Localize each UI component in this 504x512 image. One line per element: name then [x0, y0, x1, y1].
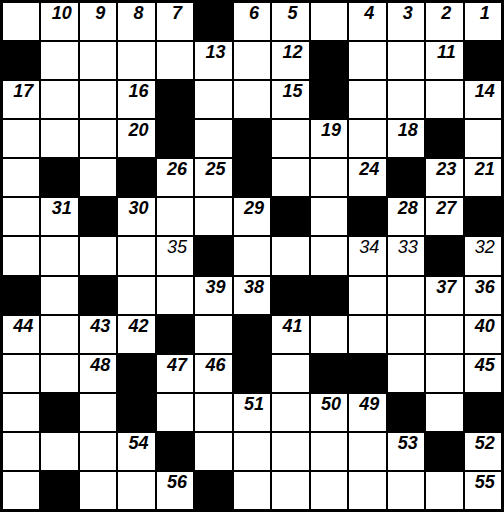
cell-r8c5[interactable] — [195, 316, 231, 353]
cell-r8c10[interactable] — [388, 316, 424, 353]
cell-r10c5[interactable] — [195, 394, 231, 431]
cell-r7c9[interactable] — [349, 277, 385, 314]
cell-r2c10[interactable] — [388, 81, 424, 118]
cell-r9c11[interactable] — [426, 355, 462, 392]
block-r3c6 — [234, 120, 270, 157]
cell-r11c9[interactable] — [349, 433, 385, 470]
cell-r5c10[interactable]: 28 — [388, 198, 424, 235]
cell-r2c3[interactable]: 16 — [118, 81, 154, 118]
cell-r7c4[interactable] — [157, 277, 193, 314]
cell-r10c2[interactable] — [80, 394, 116, 431]
cell-r9c1[interactable] — [41, 355, 77, 392]
cell-r10c11[interactable] — [426, 394, 462, 431]
cell-r4c7[interactable] — [272, 159, 308, 196]
cell-r10c0[interactable] — [3, 394, 39, 431]
cell-r10c4[interactable] — [157, 394, 193, 431]
cell-r7c6[interactable]: 38 — [234, 277, 270, 314]
block-r9c3 — [118, 355, 154, 392]
block-r2c8 — [311, 81, 347, 118]
clue-number: 49 — [351, 395, 385, 413]
cell-r5c1[interactable]: 31 — [41, 198, 77, 235]
cell-r0c4[interactable]: 7 — [157, 3, 193, 40]
block-r10c1 — [41, 394, 77, 431]
clue-number: 8 — [120, 4, 154, 22]
block-r0c5 — [195, 3, 231, 40]
cell-r3c9[interactable] — [349, 120, 385, 157]
cell-r11c7[interactable] — [272, 433, 308, 470]
cell-r12c9[interactable] — [349, 472, 385, 509]
clue-number: 38 — [236, 278, 270, 296]
cell-r11c5[interactable] — [195, 433, 231, 470]
clue-number: 46 — [197, 356, 231, 374]
clue-number: 15 — [274, 82, 308, 100]
cell-r11c8[interactable] — [311, 433, 347, 470]
cell-r11c3[interactable]: 54 — [118, 433, 154, 470]
block-r10c3 — [118, 394, 154, 431]
cell-r3c3[interactable]: 20 — [118, 120, 154, 157]
cell-r5c5[interactable] — [195, 198, 231, 235]
cell-r5c6[interactable]: 29 — [234, 198, 270, 235]
cell-r6c0[interactable] — [3, 237, 39, 274]
clue-number: 12 — [274, 43, 308, 61]
cell-r6c10[interactable]: 33 — [388, 237, 424, 274]
cell-r8c0[interactable]: 44 — [3, 316, 39, 353]
cell-r9c2[interactable]: 48 — [80, 355, 116, 392]
block-r12c5 — [195, 472, 231, 509]
cell-r10c9[interactable]: 49 — [349, 394, 385, 431]
clue-number: 51 — [236, 395, 270, 413]
clue-number: 42 — [120, 317, 154, 335]
clue-number: 21 — [467, 160, 501, 178]
cell-r1c3[interactable] — [118, 42, 154, 79]
block-r5c7 — [272, 198, 308, 235]
cell-r5c0[interactable] — [3, 198, 39, 235]
block-r4c3 — [118, 159, 154, 196]
cell-r0c0[interactable] — [3, 3, 39, 40]
block-r4c10 — [388, 159, 424, 196]
clue-number: 52 — [467, 434, 501, 452]
cell-r7c5[interactable]: 39 — [195, 277, 231, 314]
block-r10c10 — [388, 394, 424, 431]
clue-number: 35 — [159, 238, 193, 256]
clue-number: 5 — [274, 4, 308, 22]
cell-r12c3[interactable] — [118, 472, 154, 509]
cell-r9c7[interactable] — [272, 355, 308, 392]
cell-r8c8[interactable] — [311, 316, 347, 353]
clue-number: 56 — [159, 473, 193, 491]
cell-r2c12[interactable]: 14 — [465, 81, 501, 118]
block-r6c5 — [195, 237, 231, 274]
cell-r12c2[interactable] — [80, 472, 116, 509]
cell-r5c11[interactable]: 27 — [426, 198, 462, 235]
cell-r7c10[interactable] — [388, 277, 424, 314]
clue-number: 16 — [120, 82, 154, 100]
cell-r1c1[interactable] — [41, 42, 77, 79]
block-r3c4 — [157, 120, 193, 157]
block-r9c6 — [234, 355, 270, 392]
cell-r2c1[interactable] — [41, 81, 77, 118]
block-r4c1 — [41, 159, 77, 196]
cell-r8c2[interactable]: 43 — [80, 316, 116, 353]
clue-number: 41 — [274, 317, 308, 335]
clue-number: 36 — [467, 278, 501, 296]
cell-r2c9[interactable] — [349, 81, 385, 118]
cell-r6c12[interactable]: 32 — [465, 237, 501, 274]
cell-r0c1[interactable]: 10 — [41, 3, 77, 40]
block-r1c0 — [3, 42, 39, 79]
cell-r8c9[interactable] — [349, 316, 385, 353]
block-r7c8 — [311, 277, 347, 314]
block-r5c2 — [80, 198, 116, 235]
cell-r1c11[interactable]: 11 — [426, 42, 462, 79]
block-r4c6 — [234, 159, 270, 196]
cell-r3c8[interactable]: 19 — [311, 120, 347, 157]
crossword-grid: 1098765432113121117161514201918262524232… — [0, 0, 504, 512]
block-r6c11 — [426, 237, 462, 274]
clue-number: 28 — [390, 199, 424, 217]
cell-r8c3[interactable]: 42 — [118, 316, 154, 353]
clue-number: 29 — [236, 199, 270, 217]
cell-r6c9[interactable]: 34 — [349, 237, 385, 274]
cell-r3c1[interactable] — [41, 120, 77, 157]
block-r1c12 — [465, 42, 501, 79]
clue-number: 13 — [197, 43, 231, 61]
cell-r10c6[interactable]: 51 — [234, 394, 270, 431]
cell-r1c2[interactable] — [80, 42, 116, 79]
clue-number: 14 — [467, 82, 501, 100]
block-r7c2 — [80, 277, 116, 314]
block-r9c8 — [311, 355, 347, 392]
cell-r3c7[interactable] — [272, 120, 308, 157]
cell-r8c1[interactable] — [41, 316, 77, 353]
cell-r1c4[interactable] — [157, 42, 193, 79]
cell-r11c10[interactable]: 53 — [388, 433, 424, 470]
clue-number: 4 — [351, 4, 385, 22]
cell-r2c0[interactable]: 17 — [3, 81, 39, 118]
cell-r3c0[interactable] — [3, 120, 39, 157]
clue-number: 3 — [390, 4, 424, 22]
clue-number: 31 — [43, 199, 77, 217]
cell-r8c7[interactable]: 41 — [272, 316, 308, 353]
cell-r0c6[interactable]: 6 — [234, 3, 270, 40]
block-r3c11 — [426, 120, 462, 157]
clue-number: 43 — [82, 317, 116, 335]
cell-r7c1[interactable] — [41, 277, 77, 314]
cell-r2c5[interactable] — [195, 81, 231, 118]
cell-r2c7[interactable]: 15 — [272, 81, 308, 118]
cell-r3c5[interactable] — [195, 120, 231, 157]
cell-r12c11[interactable] — [426, 472, 462, 509]
cell-r1c9[interactable] — [349, 42, 385, 79]
cell-r1c10[interactable] — [388, 42, 424, 79]
clue-number: 54 — [120, 434, 154, 452]
cell-r7c11[interactable]: 37 — [426, 277, 462, 314]
cell-r5c4[interactable] — [157, 198, 193, 235]
cell-r4c11[interactable]: 23 — [426, 159, 462, 196]
cell-r3c2[interactable] — [80, 120, 116, 157]
clue-number: 53 — [390, 434, 424, 452]
clue-number: 50 — [313, 395, 347, 413]
cell-r6c3[interactable] — [118, 237, 154, 274]
cell-r4c8[interactable] — [311, 159, 347, 196]
clue-number: 40 — [467, 317, 501, 335]
clue-number: 2 — [428, 4, 462, 22]
clue-number: 32 — [467, 238, 501, 256]
cell-r3c12[interactable] — [465, 120, 501, 157]
cell-r6c7[interactable] — [272, 237, 308, 274]
cell-r9c0[interactable] — [3, 355, 39, 392]
clue-number: 27 — [428, 199, 462, 217]
cell-r9c4[interactable]: 47 — [157, 355, 193, 392]
cell-r1c5[interactable]: 13 — [195, 42, 231, 79]
cell-r7c3[interactable] — [118, 277, 154, 314]
cell-r6c8[interactable] — [311, 237, 347, 274]
cell-r2c11[interactable] — [426, 81, 462, 118]
cell-r4c12[interactable]: 21 — [465, 159, 501, 196]
clue-number: 55 — [467, 473, 501, 491]
clue-number: 26 — [159, 160, 193, 178]
cell-r9c5[interactable]: 46 — [195, 355, 231, 392]
cell-r0c7[interactable]: 5 — [272, 3, 308, 40]
block-r5c9 — [349, 198, 385, 235]
clue-number: 34 — [351, 238, 385, 256]
cell-r12c0[interactable] — [3, 472, 39, 509]
cell-r5c8[interactable] — [311, 198, 347, 235]
cell-r0c3[interactable]: 8 — [118, 3, 154, 40]
block-r8c4 — [157, 316, 193, 353]
clue-number: 1 — [467, 4, 501, 22]
cell-r12c7[interactable] — [272, 472, 308, 509]
cell-r2c6[interactable] — [234, 81, 270, 118]
cell-r12c4[interactable]: 56 — [157, 472, 193, 509]
cell-r3c10[interactable]: 18 — [388, 120, 424, 157]
cell-r6c4[interactable]: 35 — [157, 237, 193, 274]
cell-r12c10[interactable] — [388, 472, 424, 509]
cell-r4c2[interactable] — [80, 159, 116, 196]
clue-number: 9 — [82, 4, 116, 22]
cell-r6c1[interactable] — [41, 237, 77, 274]
clue-number: 24 — [351, 160, 385, 178]
cell-r6c6[interactable] — [234, 237, 270, 274]
cell-r0c9[interactable]: 4 — [349, 3, 385, 40]
cell-r12c8[interactable] — [311, 472, 347, 509]
block-r11c11 — [426, 433, 462, 470]
cell-r12c6[interactable] — [234, 472, 270, 509]
clue-number: 18 — [390, 121, 424, 139]
clue-number: 19 — [313, 121, 347, 139]
clue-number: 23 — [428, 160, 462, 178]
clue-number: 20 — [120, 121, 154, 139]
block-r5c12 — [465, 198, 501, 235]
cell-r10c8[interactable]: 50 — [311, 394, 347, 431]
cell-r11c2[interactable] — [80, 433, 116, 470]
block-r9c9 — [349, 355, 385, 392]
block-r2c4 — [157, 81, 193, 118]
cell-r0c2[interactable]: 9 — [80, 3, 116, 40]
block-r8c6 — [234, 316, 270, 353]
cell-r8c11[interactable] — [426, 316, 462, 353]
clue-number: 10 — [43, 4, 77, 22]
cell-r11c1[interactable] — [41, 433, 77, 470]
clue-number: 48 — [82, 356, 116, 374]
clue-number: 30 — [120, 199, 154, 217]
clue-number: 6 — [236, 4, 270, 22]
block-r11c4 — [157, 433, 193, 470]
block-r7c0 — [3, 277, 39, 314]
cell-r11c12[interactable]: 52 — [465, 433, 501, 470]
clue-number: 11 — [428, 43, 462, 61]
cell-r4c9[interactable]: 24 — [349, 159, 385, 196]
clue-number: 33 — [390, 238, 424, 256]
clue-number: 44 — [5, 317, 39, 335]
block-r10c12 — [465, 394, 501, 431]
cell-r2c2[interactable] — [80, 81, 116, 118]
clue-number: 7 — [159, 4, 193, 22]
cell-r8c12[interactable]: 40 — [465, 316, 501, 353]
clue-number: 47 — [159, 356, 193, 374]
cell-r11c6[interactable] — [234, 433, 270, 470]
cell-r4c4[interactable]: 26 — [157, 159, 193, 196]
cell-r0c10[interactable]: 3 — [388, 3, 424, 40]
cell-r4c0[interactable] — [3, 159, 39, 196]
cell-r0c12[interactable]: 1 — [465, 3, 501, 40]
clue-number: 39 — [197, 278, 231, 296]
cell-r0c8[interactable] — [311, 3, 347, 40]
clue-number: 45 — [467, 356, 501, 374]
cell-r4c5[interactable]: 25 — [195, 159, 231, 196]
cell-r9c12[interactable]: 45 — [465, 355, 501, 392]
cell-r10c7[interactable] — [272, 394, 308, 431]
cell-r1c7[interactable]: 12 — [272, 42, 308, 79]
cell-r11c0[interactable] — [3, 433, 39, 470]
cell-r12c12[interactable]: 55 — [465, 472, 501, 509]
clue-number: 37 — [428, 278, 462, 296]
block-r12c1 — [41, 472, 77, 509]
clue-number: 25 — [197, 160, 231, 178]
clue-number: 17 — [5, 82, 39, 100]
cell-r1c6[interactable] — [234, 42, 270, 79]
block-r7c7 — [272, 277, 308, 314]
cell-r5c3[interactable]: 30 — [118, 198, 154, 235]
cell-r7c12[interactable]: 36 — [465, 277, 501, 314]
block-r1c8 — [311, 42, 347, 79]
cell-r6c2[interactable] — [80, 237, 116, 274]
cell-r9c10[interactable] — [388, 355, 424, 392]
cell-r0c11[interactable]: 2 — [426, 3, 462, 40]
